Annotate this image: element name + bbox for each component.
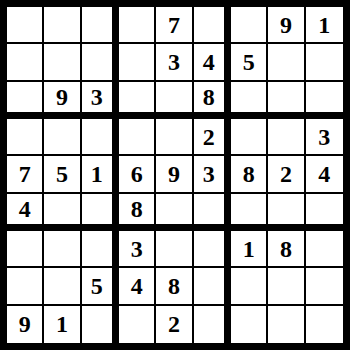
sudoku-cell-r1c7[interactable] — [231, 7, 268, 44]
sudoku-cell-r6c4: 8 — [119, 194, 156, 231]
sudoku-cell-r1c5: 7 — [156, 7, 193, 44]
sudoku-cell-r9c7[interactable] — [231, 306, 268, 343]
sudoku-cell-r1c8: 9 — [268, 7, 305, 44]
sudoku-cell-r3c8[interactable] — [268, 82, 305, 119]
sudoku-cell-r3c2: 9 — [44, 82, 81, 119]
sudoku-cell-r8c8[interactable] — [268, 268, 305, 305]
sudoku-cell-r7c2[interactable] — [44, 231, 81, 268]
sudoku-cell-r1c4[interactable] — [119, 7, 156, 44]
sudoku-board: 7913459382375169382448318548912 — [0, 0, 350, 350]
sudoku-cell-r7c3[interactable] — [82, 231, 119, 268]
sudoku-cell-r3c9[interactable] — [306, 82, 343, 119]
sudoku-cell-r9c4[interactable] — [119, 306, 156, 343]
sudoku-cell-r4c1[interactable] — [7, 119, 44, 156]
sudoku-cell-r4c6: 2 — [194, 119, 231, 156]
sudoku-cell-r1c6[interactable] — [194, 7, 231, 44]
sudoku-cell-r7c6[interactable] — [194, 231, 231, 268]
sudoku-cell-r1c3[interactable] — [82, 7, 119, 44]
sudoku-cell-r9c6[interactable] — [194, 306, 231, 343]
sudoku-cell-r6c9[interactable] — [306, 194, 343, 231]
sudoku-cell-r6c3[interactable] — [82, 194, 119, 231]
sudoku-cell-r5c7: 8 — [231, 156, 268, 193]
sudoku-cell-r7c4: 3 — [119, 231, 156, 268]
sudoku-cell-r4c9: 3 — [306, 119, 343, 156]
sudoku-cell-r6c2[interactable] — [44, 194, 81, 231]
sudoku-cell-r4c8[interactable] — [268, 119, 305, 156]
sudoku-cell-r2c7: 5 — [231, 44, 268, 81]
sudoku-cell-r3c4[interactable] — [119, 82, 156, 119]
sudoku-cell-r8c5: 8 — [156, 268, 193, 305]
sudoku-cell-r2c3[interactable] — [82, 44, 119, 81]
sudoku-cell-r8c2[interactable] — [44, 268, 81, 305]
sudoku-cell-r8c1[interactable] — [7, 268, 44, 305]
sudoku-cell-r5c9: 4 — [306, 156, 343, 193]
sudoku-cell-r7c8: 8 — [268, 231, 305, 268]
sudoku-cell-r6c5[interactable] — [156, 194, 193, 231]
sudoku-cell-r2c9[interactable] — [306, 44, 343, 81]
sudoku-cell-r5c5: 9 — [156, 156, 193, 193]
sudoku-cell-r2c5: 3 — [156, 44, 193, 81]
sudoku-cell-r8c6[interactable] — [194, 268, 231, 305]
sudoku-cell-r9c5: 2 — [156, 306, 193, 343]
sudoku-cell-r4c7[interactable] — [231, 119, 268, 156]
sudoku-cell-r5c2: 5 — [44, 156, 81, 193]
sudoku-cell-r6c6[interactable] — [194, 194, 231, 231]
sudoku-cell-r2c4[interactable] — [119, 44, 156, 81]
sudoku-cell-r5c6: 3 — [194, 156, 231, 193]
sudoku-cell-r4c3[interactable] — [82, 119, 119, 156]
sudoku-cell-r1c1[interactable] — [7, 7, 44, 44]
sudoku-cell-r5c8: 2 — [268, 156, 305, 193]
sudoku-cell-r4c5[interactable] — [156, 119, 193, 156]
sudoku-cell-r6c1: 4 — [7, 194, 44, 231]
sudoku-cell-r3c1[interactable] — [7, 82, 44, 119]
sudoku-cell-r2c8[interactable] — [268, 44, 305, 81]
sudoku-cell-r8c7[interactable] — [231, 268, 268, 305]
sudoku-cell-r7c9[interactable] — [306, 231, 343, 268]
sudoku-cell-r8c4: 4 — [119, 268, 156, 305]
sudoku-cell-r6c8[interactable] — [268, 194, 305, 231]
sudoku-cell-r8c9[interactable] — [306, 268, 343, 305]
sudoku-cell-r4c4[interactable] — [119, 119, 156, 156]
sudoku-cell-r3c3: 3 — [82, 82, 119, 119]
sudoku-cell-r9c1: 9 — [7, 306, 44, 343]
sudoku-cell-r3c5[interactable] — [156, 82, 193, 119]
sudoku-cell-r2c6: 4 — [194, 44, 231, 81]
sudoku-cell-r1c9: 1 — [306, 7, 343, 44]
sudoku-cell-r3c7[interactable] — [231, 82, 268, 119]
sudoku-cell-r9c8[interactable] — [268, 306, 305, 343]
sudoku-cell-r9c9[interactable] — [306, 306, 343, 343]
sudoku-cell-r6c7[interactable] — [231, 194, 268, 231]
sudoku-cell-r2c2[interactable] — [44, 44, 81, 81]
sudoku-cell-r7c7: 1 — [231, 231, 268, 268]
sudoku-cell-r5c4: 6 — [119, 156, 156, 193]
sudoku-cell-r9c2: 1 — [44, 306, 81, 343]
sudoku-cell-r7c5[interactable] — [156, 231, 193, 268]
sudoku-cell-r4c2[interactable] — [44, 119, 81, 156]
sudoku-cell-r2c1[interactable] — [7, 44, 44, 81]
sudoku-cell-r3c6: 8 — [194, 82, 231, 119]
sudoku-cell-r1c2[interactable] — [44, 7, 81, 44]
sudoku-cell-r8c3: 5 — [82, 268, 119, 305]
sudoku-cell-r5c3: 1 — [82, 156, 119, 193]
sudoku-cell-r5c1: 7 — [7, 156, 44, 193]
sudoku-cell-r9c3[interactable] — [82, 306, 119, 343]
sudoku-cell-r7c1[interactable] — [7, 231, 44, 268]
